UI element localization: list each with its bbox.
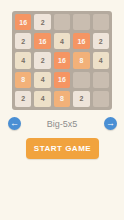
tile-16: 16 [34,33,50,49]
tile-8: 8 [54,91,70,107]
tile-16: 16 [54,72,70,88]
next-variant-button[interactable]: → [104,117,117,130]
tile-4: 4 [34,72,50,88]
tile-2: 2 [34,14,50,30]
tile-4: 4 [15,52,31,68]
start-game-label: START GAME [34,144,91,153]
empty-cell [93,14,109,30]
tile-4: 4 [54,33,70,49]
tile-2: 2 [34,52,50,68]
tile-16: 16 [54,52,70,68]
empty-cell [93,72,109,88]
empty-cell [54,14,70,30]
empty-cell [73,72,89,88]
tile-2: 2 [15,91,31,107]
tile-16: 16 [15,14,31,30]
tile-8: 8 [73,52,89,68]
variant-selector: ← Big-5x5 → [0,116,124,132]
start-game-button[interactable]: START GAME [26,138,99,159]
tile-4: 4 [93,52,109,68]
empty-cell [73,14,89,30]
empty-cell [93,91,109,107]
tile-16: 16 [73,33,89,49]
tile-4: 4 [34,91,50,107]
game-setup-screen: 162216416242168484162482 ← Big-5x5 → STA… [0,0,124,220]
tile-8: 8 [15,72,31,88]
tile-2: 2 [73,91,89,107]
board-preview-5x5[interactable]: 162216416242168484162482 [12,11,112,110]
tile-2: 2 [93,33,109,49]
tile-2: 2 [15,33,31,49]
arrow-right-icon: → [106,119,115,128]
